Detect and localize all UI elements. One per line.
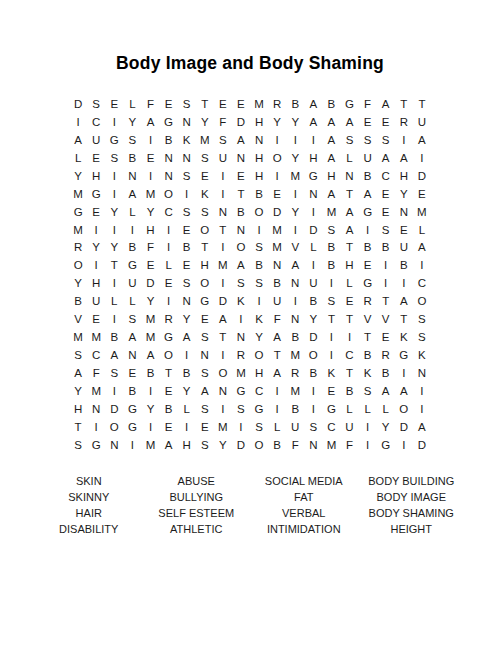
word-list-item: SELF ESTEEM <box>158 505 234 521</box>
grid-cell: U <box>413 113 431 131</box>
grid-cell: E <box>322 382 340 400</box>
grid-cell: I <box>304 256 322 274</box>
grid-cell: S <box>232 274 250 292</box>
grid-cell: Y <box>250 328 268 346</box>
grid-cell: R <box>359 292 377 310</box>
grid-cell: G <box>105 131 123 149</box>
grid-cell: I <box>87 256 105 274</box>
grid-cell: U <box>214 149 232 167</box>
grid-cell: F <box>268 310 286 328</box>
grid-cell: I <box>286 292 304 310</box>
grid-cell: E <box>377 328 395 346</box>
grid-cell: D <box>413 436 431 454</box>
grid-cell: E <box>160 274 178 292</box>
grid-cell: A <box>141 113 159 131</box>
grid-cell: I <box>286 221 304 239</box>
grid-cell: D <box>413 167 431 185</box>
grid-cell: I <box>105 310 123 328</box>
grid-cell: A <box>178 328 196 346</box>
grid-cell: B <box>123 149 141 167</box>
grid-cell: G <box>250 400 268 418</box>
grid-cell: R <box>69 239 87 257</box>
grid-cell: A <box>123 328 141 346</box>
grid-cell: C <box>250 382 268 400</box>
grid-cell: K <box>395 328 413 346</box>
grid-cell: G <box>395 346 413 364</box>
grid-cell: R <box>232 346 250 364</box>
grid-cell: T <box>196 239 214 257</box>
grid-cell: Y <box>214 436 232 454</box>
grid-cell: G <box>359 203 377 221</box>
grid-cell: H <box>340 256 358 274</box>
grid-cell: T <box>395 310 413 328</box>
grid-cell: G <box>123 400 141 418</box>
grid-cell: I <box>268 167 286 185</box>
word-list-item: BODY BUILDING <box>368 473 454 489</box>
grid-cell: A <box>232 256 250 274</box>
grid-cell: T <box>69 418 87 436</box>
grid-cell: B <box>232 203 250 221</box>
grid-cell: H <box>87 274 105 292</box>
grid-cell: G <box>160 113 178 131</box>
grid-cell: K <box>178 131 196 149</box>
grid-cell: H <box>250 364 268 382</box>
grid-cell: T <box>340 239 358 257</box>
grid-cell: A <box>340 203 358 221</box>
grid-cell: B <box>141 364 159 382</box>
grid-cell: E <box>87 203 105 221</box>
grid-cell: R <box>286 364 304 382</box>
word-list-column: SKINSKINNYHAIRDISABILITY <box>35 473 143 537</box>
word-list-item: VERBAL <box>282 505 325 521</box>
grid-cell: M <box>196 131 214 149</box>
grid-cell: A <box>377 95 395 113</box>
grid-cell: Y <box>69 382 87 400</box>
grid-cell: I <box>395 274 413 292</box>
grid-cell: Y <box>105 203 123 221</box>
grid-cell: I <box>304 131 322 149</box>
grid-cell: S <box>178 274 196 292</box>
grid-cell: F <box>340 436 358 454</box>
grid-cell: I <box>286 131 304 149</box>
grid-cell: N <box>214 382 232 400</box>
grid-cell: S <box>322 292 340 310</box>
grid-cell: L <box>160 256 178 274</box>
grid-cell: I <box>377 256 395 274</box>
grid-cell: A <box>214 310 232 328</box>
grid-cell: B <box>377 239 395 257</box>
grid-cell: I <box>214 274 232 292</box>
grid-cell: M <box>286 346 304 364</box>
grid-cell: S <box>178 95 196 113</box>
grid-cell: I <box>250 292 268 310</box>
grid-cell: L <box>340 400 358 418</box>
grid-cell: G <box>87 436 105 454</box>
grid-cell: Y <box>69 274 87 292</box>
grid-cell: O <box>232 239 250 257</box>
grid-cell: A <box>268 328 286 346</box>
grid-cell: S <box>304 418 322 436</box>
grid-cell: N <box>232 328 250 346</box>
grid-cell: R <box>377 346 395 364</box>
grid-cell: M <box>87 328 105 346</box>
grid-cell: G <box>123 418 141 436</box>
grid-cell: I <box>413 256 431 274</box>
grid-cell: I <box>214 239 232 257</box>
grid-cell: S <box>413 328 431 346</box>
grid-cell: E <box>196 418 214 436</box>
grid-cell: S <box>196 328 214 346</box>
grid-cell: E <box>196 167 214 185</box>
word-list-item: BODY IMAGE <box>377 489 446 505</box>
grid-cell: A <box>160 436 178 454</box>
grid-cell: N <box>105 436 123 454</box>
grid-cell: M <box>87 382 105 400</box>
word-list-item: HAIR <box>76 505 102 521</box>
grid-cell: T <box>232 185 250 203</box>
grid-cell: N <box>214 203 232 221</box>
grid-cell: A <box>268 364 286 382</box>
grid-cell: O <box>160 185 178 203</box>
grid-cell: E <box>413 185 431 203</box>
grid-cell: A <box>322 131 340 149</box>
grid-cell: K <box>232 292 250 310</box>
grid-cell: S <box>377 131 395 149</box>
grid-cell: C <box>87 113 105 131</box>
grid-cell: O <box>69 256 87 274</box>
grid-cell: G <box>160 328 178 346</box>
grid-cell: B <box>359 239 377 257</box>
grid-cell: S <box>250 418 268 436</box>
grid-cell: K <box>413 346 431 364</box>
grid-cell: C <box>87 346 105 364</box>
grid-cell: U <box>359 149 377 167</box>
grid-cell: G <box>377 436 395 454</box>
grid-cell: N <box>232 221 250 239</box>
word-list-column: ABUSEBULLYINGSELF ESTEEMATHLETIC <box>143 473 251 537</box>
grid-cell: Y <box>141 292 159 310</box>
grid-cell: B <box>359 346 377 364</box>
grid-cell: B <box>178 364 196 382</box>
grid-cell: U <box>268 292 286 310</box>
word-list-item: ABUSE <box>178 473 215 489</box>
grid-cell: U <box>395 239 413 257</box>
grid-cell: S <box>196 203 214 221</box>
grid-cell: D <box>304 221 322 239</box>
grid-cell: B <box>250 185 268 203</box>
grid-cell: D <box>232 113 250 131</box>
grid-cell: E <box>359 256 377 274</box>
grid-cell: E <box>141 256 159 274</box>
grid-cell: N <box>178 113 196 131</box>
grid-cell: M <box>214 418 232 436</box>
grid-cell: T <box>340 185 358 203</box>
grid-cell: T <box>377 292 395 310</box>
grid-cell: O <box>304 346 322 364</box>
grid-cell: B <box>286 95 304 113</box>
grid-cell: L <box>105 292 123 310</box>
grid-cell: Y <box>395 185 413 203</box>
grid-cell: I <box>214 346 232 364</box>
grid-cell: O <box>196 274 214 292</box>
grid-cell: E <box>87 149 105 167</box>
grid-cell: G <box>340 95 358 113</box>
grid-cell: U <box>87 292 105 310</box>
grid-cell: A <box>322 113 340 131</box>
grid-cell: S <box>322 221 340 239</box>
grid-cell: V <box>286 239 304 257</box>
grid-cell: O <box>160 346 178 364</box>
grid-cell: M <box>268 239 286 257</box>
grid-cell: U <box>340 418 358 436</box>
grid-cell: I <box>413 400 431 418</box>
grid-cell: B <box>322 95 340 113</box>
grid-cell: I <box>141 167 159 185</box>
grid-cell: O <box>250 203 268 221</box>
grid-cell: F <box>214 113 232 131</box>
grid-cell: L <box>377 400 395 418</box>
grid-cell: B <box>304 364 322 382</box>
grid-cell: S <box>250 239 268 257</box>
grid-cell: A <box>322 185 340 203</box>
grid-cell: Y <box>105 239 123 257</box>
grid-cell: A <box>69 364 87 382</box>
grid-cell: B <box>304 292 322 310</box>
grid-cell: D <box>69 95 87 113</box>
grid-cell: T <box>214 328 232 346</box>
grid-cell: M <box>141 185 159 203</box>
grid-cell: S <box>87 95 105 113</box>
grid-cell: O <box>214 364 232 382</box>
grid-cell: T <box>196 95 214 113</box>
grid-cell: M <box>141 328 159 346</box>
grid-cell: E <box>141 149 159 167</box>
grid-cell: I <box>160 221 178 239</box>
grid-cell: L <box>268 418 286 436</box>
grid-cell: I <box>105 167 123 185</box>
grid-cell: H <box>196 256 214 274</box>
grid-cell: D <box>141 274 159 292</box>
grid-cell: I <box>105 113 123 131</box>
grid-cell: S <box>214 131 232 149</box>
grid-cell: D <box>232 436 250 454</box>
grid-cell: G <box>359 274 377 292</box>
grid-cell: G <box>69 203 87 221</box>
grid-cell: O <box>250 346 268 364</box>
grid-cell: K <box>322 364 340 382</box>
grid-cell: N <box>178 149 196 167</box>
grid-cell: E <box>268 185 286 203</box>
grid-cell: I <box>340 328 358 346</box>
grid-cell: B <box>268 274 286 292</box>
grid-cell: D <box>268 203 286 221</box>
grid-cell: U <box>123 274 141 292</box>
grid-cell: A <box>123 185 141 203</box>
grid-cell: L <box>123 292 141 310</box>
grid-cell: I <box>160 239 178 257</box>
grid-cell: S <box>69 346 87 364</box>
grid-cell: M <box>214 256 232 274</box>
grid-cell: G <box>232 382 250 400</box>
grid-cell: C <box>413 274 431 292</box>
grid-cell: B <box>268 436 286 454</box>
grid-cell: H <box>322 167 340 185</box>
grid-cell: T <box>322 310 340 328</box>
grid-cell: M <box>322 203 340 221</box>
grid-cell: D <box>304 328 322 346</box>
word-list-item: SOCIAL MEDIA <box>265 473 343 489</box>
grid-cell: S <box>359 131 377 149</box>
grid-cell: I <box>178 418 196 436</box>
word-list-item: HEIGHT <box>390 521 432 537</box>
grid-cell: E <box>359 113 377 131</box>
grid-cell: I <box>214 167 232 185</box>
grid-cell: N <box>395 203 413 221</box>
grid-cell: S <box>105 149 123 167</box>
grid-cell: M <box>69 328 87 346</box>
puzzle-page: Body Image and Body Shaming DSELFESTEEMR… <box>0 0 500 647</box>
grid-cell: A <box>359 185 377 203</box>
grid-cell: Y <box>286 113 304 131</box>
word-list-item: BODY SHAMING <box>369 505 454 521</box>
grid-cell: T <box>214 221 232 239</box>
grid-cell: G <box>196 292 214 310</box>
grid-cell: S <box>105 364 123 382</box>
grid-cell: E <box>123 364 141 382</box>
grid-cell: N <box>232 149 250 167</box>
grid-cell: E <box>395 221 413 239</box>
grid-cell: H <box>395 167 413 185</box>
grid-cell: I <box>214 185 232 203</box>
grid-cell: H <box>250 113 268 131</box>
grid-cell: I <box>359 418 377 436</box>
grid-cell: I <box>105 274 123 292</box>
grid-cell: A <box>395 292 413 310</box>
grid-cell: A <box>286 256 304 274</box>
grid-cell: G <box>87 185 105 203</box>
grid-cell: E <box>377 203 395 221</box>
grid-cell: T <box>395 95 413 113</box>
grid-cell: G <box>304 167 322 185</box>
grid-cell: F <box>141 239 159 257</box>
grid-cell: Y <box>196 113 214 131</box>
grid-cell: I <box>141 382 159 400</box>
grid-cell: E <box>377 113 395 131</box>
grid-cell: N <box>123 346 141 364</box>
grid-cell: I <box>413 149 431 167</box>
grid-cell: B <box>286 328 304 346</box>
grid-cell: L <box>123 95 141 113</box>
grid-cell: N <box>286 310 304 328</box>
grid-cell: B <box>69 292 87 310</box>
grid-cell: V <box>359 310 377 328</box>
grid-cell: I <box>359 436 377 454</box>
grid-cell: A <box>232 131 250 149</box>
grid-cell: O <box>395 400 413 418</box>
grid-cell: A <box>413 418 431 436</box>
grid-cell: E <box>232 95 250 113</box>
grid-cell: A <box>395 149 413 167</box>
grid-cell: S <box>359 382 377 400</box>
grid-cell: U <box>304 274 322 292</box>
grid-cell: D <box>105 400 123 418</box>
grid-cell: O <box>268 149 286 167</box>
grid-cell: Y <box>268 113 286 131</box>
grid-cell: I <box>141 131 159 149</box>
grid-cell: I <box>160 292 178 310</box>
grid-cell: T <box>340 364 358 382</box>
grid-cell: M <box>232 364 250 382</box>
grid-cell: I <box>322 346 340 364</box>
grid-cell: H <box>304 149 322 167</box>
grid-cell: I <box>359 221 377 239</box>
grid-cell: B <box>322 256 340 274</box>
grid-cell: G <box>123 256 141 274</box>
grid-cell: E <box>105 95 123 113</box>
grid-cell: L <box>413 221 431 239</box>
grid-cell: A <box>377 382 395 400</box>
word-list-item: DISABILITY <box>59 521 118 537</box>
grid-cell: A <box>304 95 322 113</box>
grid-cell: L <box>340 274 358 292</box>
grid-cell: M <box>286 382 304 400</box>
grid-cell: E <box>377 185 395 203</box>
grid-cell: N <box>286 274 304 292</box>
grid-cell: S <box>377 221 395 239</box>
grid-cell: G <box>322 400 340 418</box>
grid-cell: A <box>304 113 322 131</box>
grid-cell: A <box>196 382 214 400</box>
grid-cell: S <box>69 436 87 454</box>
grid-cell: C <box>340 346 358 364</box>
grid-cell: M <box>69 185 87 203</box>
grid-cell: I <box>413 382 431 400</box>
grid-cell: T <box>105 256 123 274</box>
grid-cell: K <box>250 310 268 328</box>
grid-cell: R <box>160 310 178 328</box>
grid-cell: O <box>413 292 431 310</box>
word-list-item: SKIN <box>76 473 102 489</box>
grid-cell: F <box>286 436 304 454</box>
grid-cell: R <box>395 113 413 131</box>
grid-cell: U <box>286 418 304 436</box>
grid-cell: T <box>359 328 377 346</box>
grid-cell: L <box>69 149 87 167</box>
grid-cell: H <box>250 167 268 185</box>
grid-cell: Y <box>286 203 304 221</box>
grid-cell: S <box>196 364 214 382</box>
grid-cell: Y <box>141 203 159 221</box>
grid-cell: A <box>377 149 395 167</box>
grid-cell: N <box>304 436 322 454</box>
grid-cell: F <box>87 364 105 382</box>
grid-cell: N <box>178 292 196 310</box>
grid-cell: I <box>395 131 413 149</box>
grid-cell: S <box>340 131 358 149</box>
grid-cell: Y <box>178 310 196 328</box>
grid-cell: I <box>268 382 286 400</box>
grid-cell: E <box>196 310 214 328</box>
grid-cell: I <box>105 185 123 203</box>
grid-cell: V <box>69 310 87 328</box>
word-list-item: SKINNY <box>68 489 109 505</box>
grid-cell: I <box>304 382 322 400</box>
word-list-item: FAT <box>294 489 313 505</box>
grid-cell: B <box>160 400 178 418</box>
grid-cell: N <box>123 167 141 185</box>
grid-cell: M <box>250 95 268 113</box>
grid-cell: I <box>87 418 105 436</box>
